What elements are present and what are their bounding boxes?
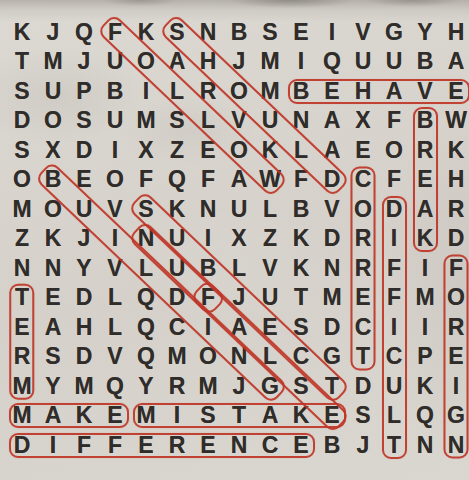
grid-cell[interactable]: N [441,430,469,460]
grid-cell[interactable]: J [38,17,69,47]
grid-cell[interactable]: V [317,194,348,224]
grid-cell[interactable]: M [255,47,286,77]
grid-cell[interactable]: O [441,283,469,313]
grid-cell[interactable]: D [317,165,348,195]
grid-cell[interactable]: B [224,17,255,47]
grid-cell[interactable]: N [410,430,441,460]
grid-cell[interactable]: R [410,135,441,165]
grid-cell[interactable]: L [255,194,286,224]
grid-cell[interactable]: L [131,253,162,283]
grid-cell[interactable]: B [410,106,441,136]
grid-cell[interactable]: U [255,283,286,313]
grid-cell[interactable]: E [348,283,379,313]
grid-cell[interactable]: U [379,371,410,401]
grid-cell[interactable]: B [38,165,69,195]
grid-cell[interactable]: Y [131,371,162,401]
grid-cell[interactable]: R [7,342,38,372]
grid-cell[interactable]: R [441,312,469,342]
grid-cell[interactable]: V [100,253,131,283]
grid-cell[interactable]: F [379,106,410,136]
grid-cell[interactable]: D [317,224,348,254]
grid-cell[interactable]: C [255,430,286,460]
grid-cell[interactable]: L [379,401,410,431]
grid-cell[interactable]: K [286,253,317,283]
grid-cell[interactable]: F [100,17,131,47]
grid-cell[interactable]: B [193,253,224,283]
grid-cell[interactable]: B [410,47,441,77]
grid-cell[interactable]: H [348,76,379,106]
grid-cell[interactable]: R [193,76,224,106]
grid-cell[interactable]: N [286,106,317,136]
grid-cell[interactable]: K [255,135,286,165]
grid-cell[interactable]: G [441,401,469,431]
grid-cell[interactable]: E [7,312,38,342]
grid-cell[interactable]: N [38,253,69,283]
grid-cell[interactable]: N [7,253,38,283]
grid-cell[interactable]: F [100,430,131,460]
grid-cell[interactable]: J [348,430,379,460]
grid-cell[interactable]: V [224,106,255,136]
grid-cell[interactable]: K [286,224,317,254]
grid-cell[interactable]: I [131,76,162,106]
grid-cell[interactable]: O [38,106,69,136]
grid-cell[interactable]: X [38,135,69,165]
grid-cell[interactable]: O [7,165,38,195]
grid-cell[interactable]: E [410,165,441,195]
grid-cell[interactable]: Z [255,224,286,254]
grid-cell[interactable]: E [38,283,69,313]
grid-cell[interactable]: Q [131,342,162,372]
grid-cell[interactable]: A [317,106,348,136]
grid-cell[interactable]: N [224,342,255,372]
grid-cell[interactable]: A [410,194,441,224]
grid-cell[interactable]: Q [410,401,441,431]
grid-cell[interactable]: M [193,371,224,401]
grid-cell[interactable]: I [193,312,224,342]
grid-cell[interactable]: E [317,76,348,106]
grid-cell[interactable]: D [7,430,38,460]
grid-cell[interactable]: I [379,224,410,254]
grid-cell[interactable]: Q [131,283,162,313]
word-search-grid: KJQFKSNBSEIVGYHTMJUOAHJMIQUUBASUPBILROMB… [7,17,469,460]
grid-cell[interactable]: C [379,342,410,372]
grid-cell[interactable]: Q [100,371,131,401]
grid-cell[interactable]: C [162,312,193,342]
grid-cell[interactable]: D [317,312,348,342]
grid-cell[interactable]: M [255,76,286,106]
grid-cell[interactable]: B [286,194,317,224]
grid-cell[interactable]: S [7,135,38,165]
grid-cell[interactable]: E [348,135,379,165]
grid-cell[interactable]: I [441,371,469,401]
grid-cell[interactable]: S [348,401,379,431]
grid-cell[interactable]: A [38,401,69,431]
grid-cell[interactable]: S [69,106,100,136]
grid-cell[interactable]: E [441,76,469,106]
grid-cell[interactable]: N [131,224,162,254]
grid-cell[interactable]: U [255,106,286,136]
grid-cell[interactable]: L [193,106,224,136]
grid-cell[interactable]: G [317,342,348,372]
grid-cell[interactable]: U [38,76,69,106]
grid-cell[interactable]: O [224,135,255,165]
grid-cell[interactable]: K [286,401,317,431]
grid-cell[interactable]: S [131,194,162,224]
grid-cell[interactable]: G [255,371,286,401]
grid-cell[interactable]: B [286,76,317,106]
grid-cell[interactable]: D [7,106,38,136]
grid-cell[interactable]: D [441,224,469,254]
grid-cell[interactable]: J [224,283,255,313]
grid-cell[interactable]: E [131,430,162,460]
grid-cell[interactable]: K [162,194,193,224]
grid-cell[interactable]: O [224,76,255,106]
grid-cell[interactable]: S [255,17,286,47]
grid-cell[interactable]: A [224,165,255,195]
grid-cell[interactable]: P [410,342,441,372]
grid-cell[interactable]: I [410,312,441,342]
grid-cell[interactable]: M [38,47,69,77]
grid-cell[interactable]: E [100,401,131,431]
grid-cell[interactable]: F [379,165,410,195]
grid-cell[interactable]: K [131,17,162,47]
grid-cell[interactable]: F [379,283,410,313]
grid-cell[interactable]: E [69,165,100,195]
grid-cell[interactable]: A [224,312,255,342]
grid-cell[interactable]: M [69,371,100,401]
grid-cell[interactable]: O [38,194,69,224]
grid-cell[interactable]: T [286,283,317,313]
grid-cell[interactable]: T [7,283,38,313]
grid-cell[interactable]: Q [162,165,193,195]
grid-cell[interactable]: Z [7,224,38,254]
grid-cell[interactable]: X [224,224,255,254]
grid-cell[interactable]: R [162,371,193,401]
grid-cell[interactable]: C [286,342,317,372]
grid-cell[interactable]: E [286,17,317,47]
grid-cell[interactable]: D [379,194,410,224]
grid-cell[interactable]: I [317,17,348,47]
grid-cell[interactable]: W [441,106,469,136]
grid-cell[interactable]: H [441,17,469,47]
grid-cell[interactable]: F [69,430,100,460]
grid-cell[interactable]: L [224,253,255,283]
grid-cell[interactable]: E [441,342,469,372]
grid-cell[interactable]: Q [131,312,162,342]
grid-cell[interactable]: R [348,253,379,283]
grid-cell[interactable]: M [131,106,162,136]
grid-cell[interactable]: K [38,224,69,254]
grid-cell[interactable]: P [69,76,100,106]
grid-cell[interactable]: R [348,224,379,254]
grid-cell[interactable]: K [441,135,469,165]
grid-cell[interactable]: I [38,430,69,460]
grid-cell[interactable]: G [379,17,410,47]
grid-cell[interactable]: T [348,342,379,372]
grid-cell[interactable]: I [410,253,441,283]
grid-cell[interactable]: R [441,194,469,224]
grid-cell[interactable]: U [379,47,410,77]
grid-cell[interactable]: N [193,194,224,224]
grid-cell[interactable]: A [441,47,469,77]
grid-cell[interactable]: L [255,342,286,372]
grid-cell[interactable]: S [162,106,193,136]
grid-cell[interactable]: M [317,283,348,313]
grid-cell[interactable]: I [100,135,131,165]
grid-cell[interactable]: E [193,430,224,460]
grid-cell[interactable]: E [317,401,348,431]
grid-cell[interactable]: U [162,253,193,283]
grid-cell[interactable]: O [348,194,379,224]
grid-cell[interactable]: E [255,312,286,342]
grid-cell[interactable]: F [379,253,410,283]
grid-cell[interactable]: V [100,194,131,224]
grid-cell[interactable]: L [100,312,131,342]
grid-cell[interactable]: D [162,283,193,313]
grid-cell[interactable]: C [348,312,379,342]
grid-cell[interactable]: D [69,342,100,372]
grid-cell[interactable]: R [162,430,193,460]
grid-cell[interactable]: X [131,135,162,165]
grid-cell[interactable]: E [286,430,317,460]
grid-cell[interactable]: O [379,135,410,165]
grid-cell[interactable]: V [255,253,286,283]
grid-cell[interactable]: F [193,283,224,313]
grid-cell[interactable]: W [255,165,286,195]
grid-cell[interactable]: K [410,371,441,401]
grid-cell[interactable]: F [193,165,224,195]
grid-cell[interactable]: K [69,401,100,431]
grid-cell[interactable]: A [162,47,193,77]
grid-cell[interactable]: N [317,253,348,283]
grid-cell[interactable]: H [193,47,224,77]
grid-cell[interactable]: J [69,47,100,77]
grid-cell[interactable]: E [193,135,224,165]
grid-cell[interactable]: V [410,76,441,106]
grid-cell[interactable]: I [193,224,224,254]
grid-cell[interactable]: S [7,76,38,106]
grid-cell[interactable]: S [193,401,224,431]
grid-cell[interactable]: A [255,401,286,431]
grid-cell[interactable]: B [317,430,348,460]
grid-cell[interactable]: I [286,47,317,77]
grid-cell[interactable]: M [7,194,38,224]
grid-cell[interactable]: O [131,47,162,77]
grid-cell[interactable]: I [100,224,131,254]
grid-cell[interactable]: L [286,135,317,165]
grid-cell[interactable]: Q [317,47,348,77]
grid-cell[interactable]: H [69,312,100,342]
grid-cell[interactable]: N [224,430,255,460]
grid-cell[interactable]: U [100,47,131,77]
grid-cell[interactable]: S [286,312,317,342]
grid-cell[interactable]: U [348,47,379,77]
grid-cell[interactable]: O [100,165,131,195]
grid-cell[interactable]: Y [410,17,441,47]
grid-cell[interactable]: Q [69,17,100,47]
grid-cell[interactable]: V [348,17,379,47]
grid-cell[interactable]: Y [38,371,69,401]
grid-cell[interactable]: T [317,371,348,401]
grid-cell[interactable]: L [162,76,193,106]
grid-cell[interactable]: K [410,224,441,254]
grid-cell[interactable]: J [224,371,255,401]
grid-cell[interactable]: M [7,371,38,401]
grid-cell[interactable]: S [286,371,317,401]
grid-cell[interactable]: C [348,165,379,195]
grid-cell[interactable]: X [348,106,379,136]
grid-cell[interactable]: S [38,342,69,372]
grid-cell[interactable]: M [131,401,162,431]
grid-cell[interactable]: O [193,342,224,372]
grid-cell[interactable]: B [100,76,131,106]
grid-cell[interactable]: U [162,224,193,254]
grid-cell[interactable]: Y [69,253,100,283]
grid-cell[interactable]: A [379,76,410,106]
grid-cell[interactable]: M [162,342,193,372]
grid-cell[interactable]: T [379,430,410,460]
grid-cell[interactable]: M [410,283,441,313]
grid-cell[interactable]: A [317,135,348,165]
grid-cell[interactable]: F [441,253,469,283]
grid-cell[interactable]: L [100,283,131,313]
grid-cell[interactable]: D [69,135,100,165]
grid-cell[interactable]: I [379,312,410,342]
grid-cell[interactable]: Z [162,135,193,165]
grid-cell[interactable]: J [69,224,100,254]
grid-cell[interactable]: D [348,371,379,401]
grid-cell[interactable]: S [162,17,193,47]
grid-cell[interactable]: U [69,194,100,224]
grid-cell[interactable]: F [286,165,317,195]
word-search-photo: KJQFKSNBSEIVGYHTMJUOAHJMIQUUBASUPBILROMB… [0,0,469,480]
grid-cell[interactable]: T [7,47,38,77]
grid-cell[interactable]: K [7,17,38,47]
grid-cell[interactable]: J [224,47,255,77]
grid-cell[interactable]: M [7,401,38,431]
grid-cell[interactable]: H [441,165,469,195]
grid-cell[interactable]: A [38,312,69,342]
grid-cell[interactable]: T [224,401,255,431]
grid-cell[interactable]: V [100,342,131,372]
grid-cell[interactable]: I [162,401,193,431]
grid-cell[interactable]: F [131,165,162,195]
grid-cell[interactable]: U [224,194,255,224]
grid-cell[interactable]: N [193,17,224,47]
grid-cell[interactable]: U [100,106,131,136]
grid-cell[interactable]: D [69,283,100,313]
